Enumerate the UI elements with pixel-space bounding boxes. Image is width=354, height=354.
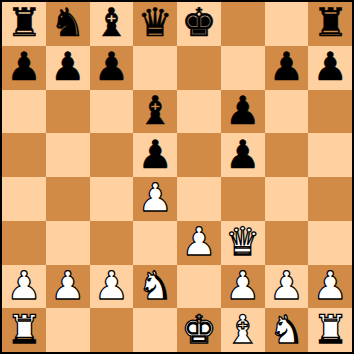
piece-black-rook-a8[interactable]: ♜ bbox=[6, 3, 41, 42]
piece-white-pawn-d4[interactable]: ♟ bbox=[138, 178, 173, 217]
square-g7[interactable]: ♟ bbox=[265, 46, 309, 90]
square-g3[interactable] bbox=[265, 221, 309, 265]
square-h8[interactable]: ♜ bbox=[308, 2, 352, 46]
square-b8[interactable]: ♞ bbox=[46, 2, 90, 46]
square-a6[interactable] bbox=[2, 90, 46, 134]
piece-black-pawn-f6[interactable]: ♟ bbox=[225, 91, 260, 130]
square-e4[interactable] bbox=[177, 177, 221, 221]
piece-black-king-e8[interactable]: ♚ bbox=[181, 3, 216, 42]
square-d2[interactable]: ♞ bbox=[133, 265, 177, 309]
square-f5[interactable]: ♟ bbox=[221, 133, 265, 177]
square-h6[interactable] bbox=[308, 90, 352, 134]
square-b2[interactable]: ♟ bbox=[46, 265, 90, 309]
piece-black-pawn-a7[interactable]: ♟ bbox=[6, 47, 41, 86]
piece-white-pawn-c2[interactable]: ♟ bbox=[94, 266, 129, 305]
piece-white-pawn-a2[interactable]: ♟ bbox=[6, 266, 41, 305]
square-d1[interactable] bbox=[133, 308, 177, 352]
square-b1[interactable] bbox=[46, 308, 90, 352]
square-d7[interactable] bbox=[133, 46, 177, 90]
piece-white-pawn-g2[interactable]: ♟ bbox=[269, 266, 304, 305]
square-b5[interactable] bbox=[46, 133, 90, 177]
square-g2[interactable]: ♟ bbox=[265, 265, 309, 309]
square-g8[interactable] bbox=[265, 2, 309, 46]
square-a4[interactable] bbox=[2, 177, 46, 221]
square-b4[interactable] bbox=[46, 177, 90, 221]
square-e6[interactable] bbox=[177, 90, 221, 134]
square-d5[interactable]: ♟ bbox=[133, 133, 177, 177]
piece-white-rook-a1[interactable]: ♜ bbox=[6, 310, 41, 349]
square-c5[interactable] bbox=[90, 133, 134, 177]
square-a3[interactable] bbox=[2, 221, 46, 265]
square-e3[interactable]: ♟ bbox=[177, 221, 221, 265]
board-frame: ♜♞♝♛♚♜♟♟♟♟♟♝♟♟♟♟♟♛♟♟♟♞♟♟♟♜♚♝♞♜ bbox=[0, 0, 354, 354]
piece-white-pawn-h2[interactable]: ♟ bbox=[313, 266, 348, 305]
square-h1[interactable]: ♜ bbox=[308, 308, 352, 352]
piece-white-pawn-f2[interactable]: ♟ bbox=[225, 266, 260, 305]
square-f1[interactable]: ♝ bbox=[221, 308, 265, 352]
square-e7[interactable] bbox=[177, 46, 221, 90]
piece-black-bishop-c8[interactable]: ♝ bbox=[94, 3, 129, 42]
piece-black-pawn-d5[interactable]: ♟ bbox=[138, 135, 173, 174]
square-a2[interactable]: ♟ bbox=[2, 265, 46, 309]
square-h7[interactable]: ♟ bbox=[308, 46, 352, 90]
square-c2[interactable]: ♟ bbox=[90, 265, 134, 309]
square-b6[interactable] bbox=[46, 90, 90, 134]
square-h5[interactable] bbox=[308, 133, 352, 177]
piece-black-pawn-c7[interactable]: ♟ bbox=[94, 47, 129, 86]
square-f7[interactable] bbox=[221, 46, 265, 90]
square-f2[interactable]: ♟ bbox=[221, 265, 265, 309]
square-c8[interactable]: ♝ bbox=[90, 2, 134, 46]
piece-black-pawn-f5[interactable]: ♟ bbox=[225, 135, 260, 174]
square-g4[interactable] bbox=[265, 177, 309, 221]
square-c4[interactable] bbox=[90, 177, 134, 221]
square-f4[interactable] bbox=[221, 177, 265, 221]
square-b7[interactable]: ♟ bbox=[46, 46, 90, 90]
square-d6[interactable]: ♝ bbox=[133, 90, 177, 134]
piece-white-knight-d2[interactable]: ♞ bbox=[138, 266, 173, 305]
square-f3[interactable]: ♛ bbox=[221, 221, 265, 265]
square-d4[interactable]: ♟ bbox=[133, 177, 177, 221]
square-e2[interactable] bbox=[177, 265, 221, 309]
piece-white-bishop-f1[interactable]: ♝ bbox=[225, 310, 260, 349]
piece-black-pawn-h7[interactable]: ♟ bbox=[313, 47, 348, 86]
square-e5[interactable] bbox=[177, 133, 221, 177]
piece-black-queen-d8[interactable]: ♛ bbox=[138, 3, 173, 42]
square-e8[interactable]: ♚ bbox=[177, 2, 221, 46]
piece-white-knight-g1[interactable]: ♞ bbox=[269, 310, 304, 349]
square-b3[interactable] bbox=[46, 221, 90, 265]
square-g5[interactable] bbox=[265, 133, 309, 177]
square-g6[interactable] bbox=[265, 90, 309, 134]
piece-black-rook-h8[interactable]: ♜ bbox=[313, 3, 348, 42]
square-a7[interactable]: ♟ bbox=[2, 46, 46, 90]
square-h4[interactable] bbox=[308, 177, 352, 221]
square-d8[interactable]: ♛ bbox=[133, 2, 177, 46]
square-c3[interactable] bbox=[90, 221, 134, 265]
square-a5[interactable] bbox=[2, 133, 46, 177]
piece-white-pawn-e3[interactable]: ♟ bbox=[181, 222, 216, 261]
square-c1[interactable] bbox=[90, 308, 134, 352]
square-c6[interactable] bbox=[90, 90, 134, 134]
square-f6[interactable]: ♟ bbox=[221, 90, 265, 134]
piece-white-pawn-b2[interactable]: ♟ bbox=[50, 266, 85, 305]
piece-white-rook-h1[interactable]: ♜ bbox=[313, 310, 348, 349]
piece-white-queen-f3[interactable]: ♛ bbox=[225, 222, 260, 261]
square-a8[interactable]: ♜ bbox=[2, 2, 46, 46]
square-d3[interactable] bbox=[133, 221, 177, 265]
square-h3[interactable] bbox=[308, 221, 352, 265]
square-f8[interactable] bbox=[221, 2, 265, 46]
piece-white-king-e1[interactable]: ♚ bbox=[181, 310, 216, 349]
square-g1[interactable]: ♞ bbox=[265, 308, 309, 352]
piece-black-pawn-g7[interactable]: ♟ bbox=[269, 47, 304, 86]
square-a1[interactable]: ♜ bbox=[2, 308, 46, 352]
square-e1[interactable]: ♚ bbox=[177, 308, 221, 352]
piece-black-pawn-b7[interactable]: ♟ bbox=[50, 47, 85, 86]
chess-board: ♜♞♝♛♚♜♟♟♟♟♟♝♟♟♟♟♟♛♟♟♟♞♟♟♟♜♚♝♞♜ bbox=[2, 2, 352, 352]
square-c7[interactable]: ♟ bbox=[90, 46, 134, 90]
square-h2[interactable]: ♟ bbox=[308, 265, 352, 309]
piece-black-knight-b8[interactable]: ♞ bbox=[50, 3, 85, 42]
piece-black-bishop-d6[interactable]: ♝ bbox=[138, 91, 173, 130]
